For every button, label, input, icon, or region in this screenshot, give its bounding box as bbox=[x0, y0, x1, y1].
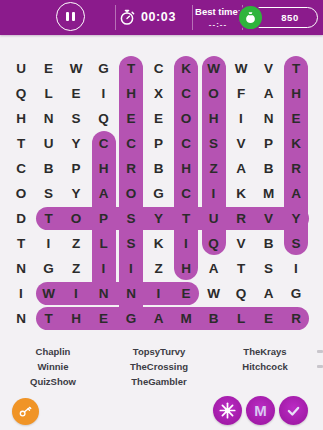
grid-cell-r9c3[interactable]: Z bbox=[62, 256, 90, 281]
letter-m-label: M bbox=[254, 402, 267, 419]
grid-cell-r4c11[interactable]: K bbox=[282, 131, 310, 156]
word-item-thekrays: TheKrays bbox=[243, 344, 286, 359]
grid-cell-r5c3[interactable]: P bbox=[62, 156, 90, 181]
grid-cell-r11c7[interactable]: M bbox=[172, 306, 200, 331]
grid-cell-r10c9[interactable]: Q bbox=[227, 281, 255, 306]
grid-cell-r5c10[interactable]: B bbox=[255, 156, 283, 181]
grid-cell-r5c11[interactable]: R bbox=[282, 156, 310, 181]
grid-cell-r5c5[interactable]: R bbox=[117, 156, 145, 181]
grid-cell-r9c5[interactable]: I bbox=[117, 256, 145, 281]
grid-cell-r1c8[interactable]: W bbox=[200, 56, 228, 81]
grid-cell-r5c6[interactable]: B bbox=[145, 156, 173, 181]
grid-cell-r7c7[interactable]: T bbox=[172, 206, 200, 231]
grid-cell-r9c11[interactable]: I bbox=[282, 256, 310, 281]
grid-cell-r2c2[interactable]: L bbox=[35, 81, 63, 106]
grid-cell-r4c7[interactable]: C bbox=[172, 131, 200, 156]
grid-cell-r1c2[interactable]: E bbox=[35, 56, 63, 81]
grid-cell-r11c3[interactable]: H bbox=[62, 306, 90, 331]
grid-cell-r10c2[interactable]: W bbox=[35, 281, 63, 306]
grid-cell-r10c6[interactable]: I bbox=[145, 281, 173, 306]
word-item-quizshow: QuizShow bbox=[30, 374, 76, 389]
grid-cell-r6c11[interactable]: A bbox=[282, 181, 310, 206]
check-icon bbox=[285, 402, 302, 420]
word-item-chaplin: Chaplin bbox=[36, 344, 71, 359]
grid-cell-r4c1[interactable]: T bbox=[7, 131, 35, 156]
grid-cell-r6c6[interactable]: G bbox=[145, 181, 173, 206]
grid-cell-r9c6[interactable]: Z bbox=[145, 256, 173, 281]
grid-cell-r1c1[interactable]: U bbox=[7, 56, 35, 81]
word-list-column: TheKraysHitchcock bbox=[212, 344, 318, 389]
grid-cell-r4c3[interactable]: Y bbox=[62, 131, 90, 156]
grid-cell-r4c6[interactable]: P bbox=[145, 131, 173, 156]
grid-cell-r5c1[interactable]: C bbox=[7, 156, 35, 181]
grid-cell-r11c6[interactable]: A bbox=[145, 306, 173, 331]
grid-cell-r3c8[interactable]: H bbox=[200, 106, 228, 131]
word-list-column: TopsyTurvyTheCrossingTheGambler bbox=[106, 344, 212, 389]
magic-reveal-button[interactable] bbox=[213, 396, 242, 425]
grid-cell-r9c7[interactable]: H bbox=[172, 256, 200, 281]
grid-cell-r3c10[interactable]: N bbox=[255, 106, 283, 131]
grid-cell-r9c9[interactable]: T bbox=[227, 256, 255, 281]
grid-cell-r3c11[interactable]: E bbox=[282, 106, 310, 131]
hint-button[interactable] bbox=[12, 398, 39, 425]
grid-cell-r1c7[interactable]: K bbox=[172, 56, 200, 81]
grid-cell-r1c6[interactable]: C bbox=[145, 56, 173, 81]
grid-cell-r7c4[interactable]: P bbox=[90, 206, 118, 231]
grid-cell-r10c10[interactable]: A bbox=[255, 281, 283, 306]
grid-cell-r7c6[interactable]: Y bbox=[145, 206, 173, 231]
grid-cell-r10c11[interactable]: G bbox=[282, 281, 310, 306]
word-list-column: ChaplinWinnieQuizShow bbox=[0, 344, 106, 389]
grid-cell-r8c9[interactable]: V bbox=[227, 231, 255, 256]
grid-cell-r6c3[interactable]: Y bbox=[62, 181, 90, 206]
clipped-word-fragment bbox=[317, 350, 323, 353]
grid-cell-r8c5[interactable]: S bbox=[117, 231, 145, 256]
grid-cell-r11c2[interactable]: T bbox=[35, 306, 63, 331]
grid-cell-r3c7[interactable]: O bbox=[172, 106, 200, 131]
grid-cell-r8c7[interactable]: I bbox=[172, 231, 200, 256]
grid-cell-r4c2[interactable]: U bbox=[35, 131, 63, 156]
key-icon bbox=[18, 403, 33, 420]
grid-cell-r9c10[interactable]: S bbox=[255, 256, 283, 281]
grid-cell-r2c10[interactable]: A bbox=[255, 81, 283, 106]
grid-cell-r7c1[interactable]: D bbox=[7, 206, 35, 231]
grid-cell-r11c4[interactable]: E bbox=[90, 306, 118, 331]
grid-cell-r9c2[interactable]: G bbox=[35, 256, 63, 281]
grid-cell-r2c6[interactable]: X bbox=[145, 81, 173, 106]
grid-cell-r4c5[interactable]: C bbox=[117, 131, 145, 156]
grid-cell-r5c2[interactable]: B bbox=[35, 156, 63, 181]
grid-cell-r10c4[interactable]: N bbox=[90, 281, 118, 306]
grid-cell-r7c10[interactable]: V bbox=[255, 206, 283, 231]
grid-cell-r4c9[interactable]: V bbox=[227, 131, 255, 156]
grid-cell-r2c4[interactable]: I bbox=[90, 81, 118, 106]
grid-cell-r10c5[interactable]: N bbox=[117, 281, 145, 306]
grid-cell-r11c8[interactable]: B bbox=[200, 306, 228, 331]
grid-cell-r3c3[interactable]: S bbox=[62, 106, 90, 131]
grid-cell-r7c8[interactable]: U bbox=[200, 206, 228, 231]
grid-cell-r1c4[interactable]: G bbox=[90, 56, 118, 81]
word-item-hitchcock: Hitchcock bbox=[242, 359, 287, 374]
grid-cell-r8c2[interactable]: I bbox=[35, 231, 63, 256]
grid-cell-r5c7[interactable]: H bbox=[172, 156, 200, 181]
word-item-thecrossing: TheCrossing bbox=[130, 359, 188, 374]
word-list: ChaplinWinnieQuizShowTopsyTurvyTheCrossi… bbox=[0, 344, 318, 389]
grid-cell-r11c10[interactable]: E bbox=[255, 306, 283, 331]
grid-cell-r11c11[interactable]: R bbox=[282, 306, 310, 331]
grid-cell-r8c10[interactable]: B bbox=[255, 231, 283, 256]
grid-cell-r6c4[interactable]: A bbox=[90, 181, 118, 206]
grid-cell-r8c3[interactable]: Z bbox=[62, 231, 90, 256]
grid-cell-r4c4[interactable]: C bbox=[90, 131, 118, 156]
grid-cell-r3c9[interactable]: I bbox=[227, 106, 255, 131]
grid-cell-r7c11[interactable]: Y bbox=[282, 206, 310, 231]
letter-grid: UEWGTCKWWVTQLEIHXCOFAHHNSQEEOHINETUYCCPC… bbox=[0, 0, 323, 345]
grid-cell-r4c8[interactable]: S bbox=[200, 131, 228, 156]
grid-cell-r10c8[interactable]: W bbox=[200, 281, 228, 306]
grid-cell-r7c2[interactable]: T bbox=[35, 206, 63, 231]
grid-cell-r6c9[interactable]: K bbox=[227, 181, 255, 206]
grid-cell-r8c8[interactable]: Q bbox=[200, 231, 228, 256]
grid-cell-r10c7[interactable]: E bbox=[172, 281, 200, 306]
grid-cell-r8c4[interactable]: L bbox=[90, 231, 118, 256]
grid-cell-r10c3[interactable]: I bbox=[62, 281, 90, 306]
grid-cell-r10c1[interactable]: I bbox=[7, 281, 35, 306]
word-item-thegambler: TheGambler bbox=[131, 374, 186, 389]
grid-cell-r9c4[interactable]: I bbox=[90, 256, 118, 281]
grid-cell-r2c1[interactable]: Q bbox=[7, 81, 35, 106]
grid-cell-r3c4[interactable]: Q bbox=[90, 106, 118, 131]
word-item-topsyturvy: TopsyTurvy bbox=[133, 344, 185, 359]
letter-m-button[interactable]: M bbox=[246, 396, 275, 425]
grid-cell-r1c5[interactable]: T bbox=[117, 56, 145, 81]
grid-cell-r7c9[interactable]: R bbox=[227, 206, 255, 231]
grid-cell-r8c6[interactable]: K bbox=[145, 231, 173, 256]
grid-cell-r5c8[interactable]: Z bbox=[200, 156, 228, 181]
grid-cell-r3c5[interactable]: E bbox=[117, 106, 145, 131]
grid-cell-r1c3[interactable]: W bbox=[62, 56, 90, 81]
grid-cell-r11c1[interactable]: N bbox=[7, 306, 35, 331]
grid-cell-r11c9[interactable]: L bbox=[227, 306, 255, 331]
grid-cell-r6c2[interactable]: S bbox=[35, 181, 63, 206]
grid-cell-r6c10[interactable]: M bbox=[255, 181, 283, 206]
word-item-winnie: Winnie bbox=[37, 359, 68, 374]
confirm-button[interactable] bbox=[279, 396, 308, 425]
grid-cell-r2c5[interactable]: H bbox=[117, 81, 145, 106]
grid-cell-r2c8[interactable]: O bbox=[200, 81, 228, 106]
grid-cell-r6c5[interactable]: O bbox=[117, 181, 145, 206]
grid-cell-r3c6[interactable]: E bbox=[145, 106, 173, 131]
grid-cell-r4c10[interactable]: P bbox=[255, 131, 283, 156]
sparkle-icon bbox=[219, 402, 236, 419]
grid-cell-r7c5[interactable]: S bbox=[117, 206, 145, 231]
grid-cell-r1c11[interactable]: T bbox=[282, 56, 310, 81]
grid-cell-r8c1[interactable]: T bbox=[7, 231, 35, 256]
grid-cell-r5c4[interactable]: H bbox=[90, 156, 118, 181]
grid-cell-r6c8[interactable]: I bbox=[200, 181, 228, 206]
grid-cell-r5c9[interactable]: A bbox=[227, 156, 255, 181]
grid-cell-r7c3[interactable]: O bbox=[62, 206, 90, 231]
grid-cell-r2c11[interactable]: H bbox=[282, 81, 310, 106]
grid-cell-r6c7[interactable]: C bbox=[172, 181, 200, 206]
grid-cell-r2c3[interactable]: E bbox=[62, 81, 90, 106]
grid-cell-r9c8[interactable]: A bbox=[200, 256, 228, 281]
grid-cell-r1c9[interactable]: W bbox=[227, 56, 255, 81]
grid-cell-r2c7[interactable]: C bbox=[172, 81, 200, 106]
grid-cell-r9c1[interactable]: N bbox=[7, 256, 35, 281]
clipped-word-fragment bbox=[317, 365, 323, 368]
grid-cell-r6c1[interactable]: O bbox=[7, 181, 35, 206]
grid-cell-r11c5[interactable]: G bbox=[117, 306, 145, 331]
grid-cell-r2c9[interactable]: F bbox=[227, 81, 255, 106]
grid-cell-r8c11[interactable]: S bbox=[282, 231, 310, 256]
grid-cell-r1c10[interactable]: V bbox=[255, 56, 283, 81]
grid-cell-r3c1[interactable]: H bbox=[7, 106, 35, 131]
grid-cell-r3c2[interactable]: N bbox=[35, 106, 63, 131]
